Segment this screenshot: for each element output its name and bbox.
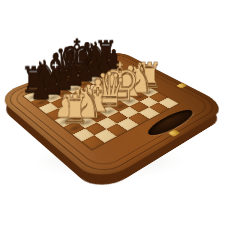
board-3d-assembly: ♜♞♝♛♚♝♞♜♟♟♟♟♟♟♟♟♟♟♟♟♟♟♟♟♜♞♝♛♚♝♞♜ — [22, 63, 180, 151]
chess-piece-white-rook: ♜ — [60, 90, 89, 130]
chess-piece-black-pawn: ♟ — [30, 74, 52, 104]
product-photo-scene: ♜♞♝♛♚♝♞♜♟♟♟♟♟♟♟♟♟♟♟♟♟♟♟♟♜♞♝♛♚♝♞♜ — [0, 0, 228, 228]
